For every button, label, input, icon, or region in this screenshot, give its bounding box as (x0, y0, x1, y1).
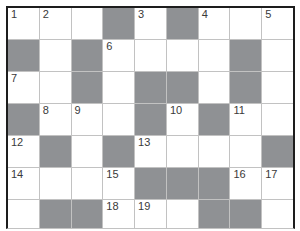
cell-r1c7[interactable]: 4 (199, 8, 230, 39)
clue-number-10: 10 (170, 104, 182, 117)
block-cell-r4c5 (135, 104, 166, 135)
clue-number-14: 14 (11, 168, 23, 181)
cell-r3c1[interactable]: 7 (8, 72, 39, 103)
cell-r6c1[interactable]: 14 (8, 168, 39, 199)
block-cell-r7c2 (40, 200, 71, 228)
clue-number-12: 12 (11, 136, 23, 149)
clue-number-4: 4 (202, 8, 208, 21)
cell-r7c4[interactable]: 18 (103, 200, 134, 228)
block-cell-r2c8 (230, 40, 261, 71)
cell-r6c2[interactable] (40, 168, 71, 199)
crossword-screenshot: { "game": "crossword", "position": "...#… (0, 0, 300, 231)
cell-r1c3[interactable] (72, 8, 103, 39)
cell-r4c2[interactable]: 8 (40, 104, 71, 135)
cell-r5c6[interactable] (167, 136, 198, 167)
block-cell-r4c7 (199, 104, 230, 135)
block-cell-r5c9 (262, 136, 293, 167)
cell-r2c2[interactable] (40, 40, 71, 71)
block-cell-r6c6 (167, 168, 198, 199)
clue-number-15: 15 (106, 168, 118, 181)
clue-number-6: 6 (106, 40, 112, 53)
block-cell-r1c4 (103, 8, 134, 39)
block-cell-r2c1 (8, 40, 39, 71)
block-cell-r2c3 (72, 40, 103, 71)
cell-r3c9[interactable] (262, 72, 293, 103)
cell-r5c7[interactable] (199, 136, 230, 167)
cell-r2c6[interactable] (167, 40, 198, 71)
block-cell-r3c5 (135, 72, 166, 103)
block-cell-r6c7 (199, 168, 230, 199)
block-cell-r7c7 (199, 200, 230, 228)
cell-r4c6[interactable]: 10 (167, 104, 198, 135)
cell-r6c9[interactable]: 17 (262, 168, 293, 199)
clue-number-18: 18 (106, 200, 118, 213)
clue-number-5: 5 (265, 8, 271, 21)
cell-r7c6[interactable] (167, 200, 198, 228)
cell-r6c4[interactable]: 15 (103, 168, 134, 199)
cell-r7c5[interactable]: 19 (135, 200, 166, 228)
cell-r7c9[interactable] (262, 200, 293, 228)
cell-r1c8[interactable] (230, 8, 261, 39)
clue-number-8: 8 (43, 104, 49, 117)
clue-number-16: 16 (233, 168, 245, 181)
cell-r7c1[interactable] (8, 200, 39, 228)
cell-r1c9[interactable]: 5 (262, 8, 293, 39)
block-cell-r1c6 (167, 8, 198, 39)
cell-r6c8[interactable]: 16 (230, 168, 261, 199)
cell-r1c1[interactable]: 1 (8, 8, 39, 39)
cell-r1c2[interactable]: 2 (40, 8, 71, 39)
cell-r2c4[interactable]: 6 (103, 40, 134, 71)
block-cell-r3c8 (230, 72, 261, 103)
clue-number-3: 3 (138, 8, 144, 21)
cell-r3c4[interactable] (103, 72, 134, 103)
cell-r5c5[interactable]: 13 (135, 136, 166, 167)
clue-number-11: 11 (233, 104, 244, 117)
block-cell-r3c6 (167, 72, 198, 103)
clue-number-17: 17 (265, 168, 277, 181)
cell-r3c2[interactable] (40, 72, 71, 103)
cell-r4c3[interactable]: 9 (72, 104, 103, 135)
clue-number-9: 9 (75, 104, 81, 117)
block-cell-r5c2 (40, 136, 71, 167)
cell-r4c4[interactable] (103, 104, 134, 135)
cell-r2c7[interactable] (199, 40, 230, 71)
cell-r4c9[interactable] (262, 104, 293, 135)
cell-r2c5[interactable] (135, 40, 166, 71)
block-cell-r4c1 (8, 104, 39, 135)
clue-number-13: 13 (138, 136, 150, 149)
clue-number-2: 2 (43, 8, 49, 21)
clue-number-19: 19 (138, 200, 150, 213)
block-cell-r7c3 (72, 200, 103, 228)
cell-r4c8[interactable]: 11 (230, 104, 261, 135)
cell-r5c8[interactable] (230, 136, 261, 167)
cell-r5c3[interactable] (72, 136, 103, 167)
block-cell-r6c5 (135, 168, 166, 199)
block-cell-r5c4 (103, 136, 134, 167)
cell-r2c9[interactable] (262, 40, 293, 71)
block-cell-r3c3 (72, 72, 103, 103)
block-cell-r7c8 (230, 200, 261, 228)
cell-r3c7[interactable] (199, 72, 230, 103)
clue-number-1: 1 (11, 8, 17, 21)
clue-number-7: 7 (11, 72, 17, 85)
cell-r6c3[interactable] (72, 168, 103, 199)
cell-r5c1[interactable]: 12 (8, 136, 39, 167)
crossword-grid: 12345678910111213141516171819 (6, 6, 295, 229)
cell-r1c5[interactable]: 3 (135, 8, 166, 39)
